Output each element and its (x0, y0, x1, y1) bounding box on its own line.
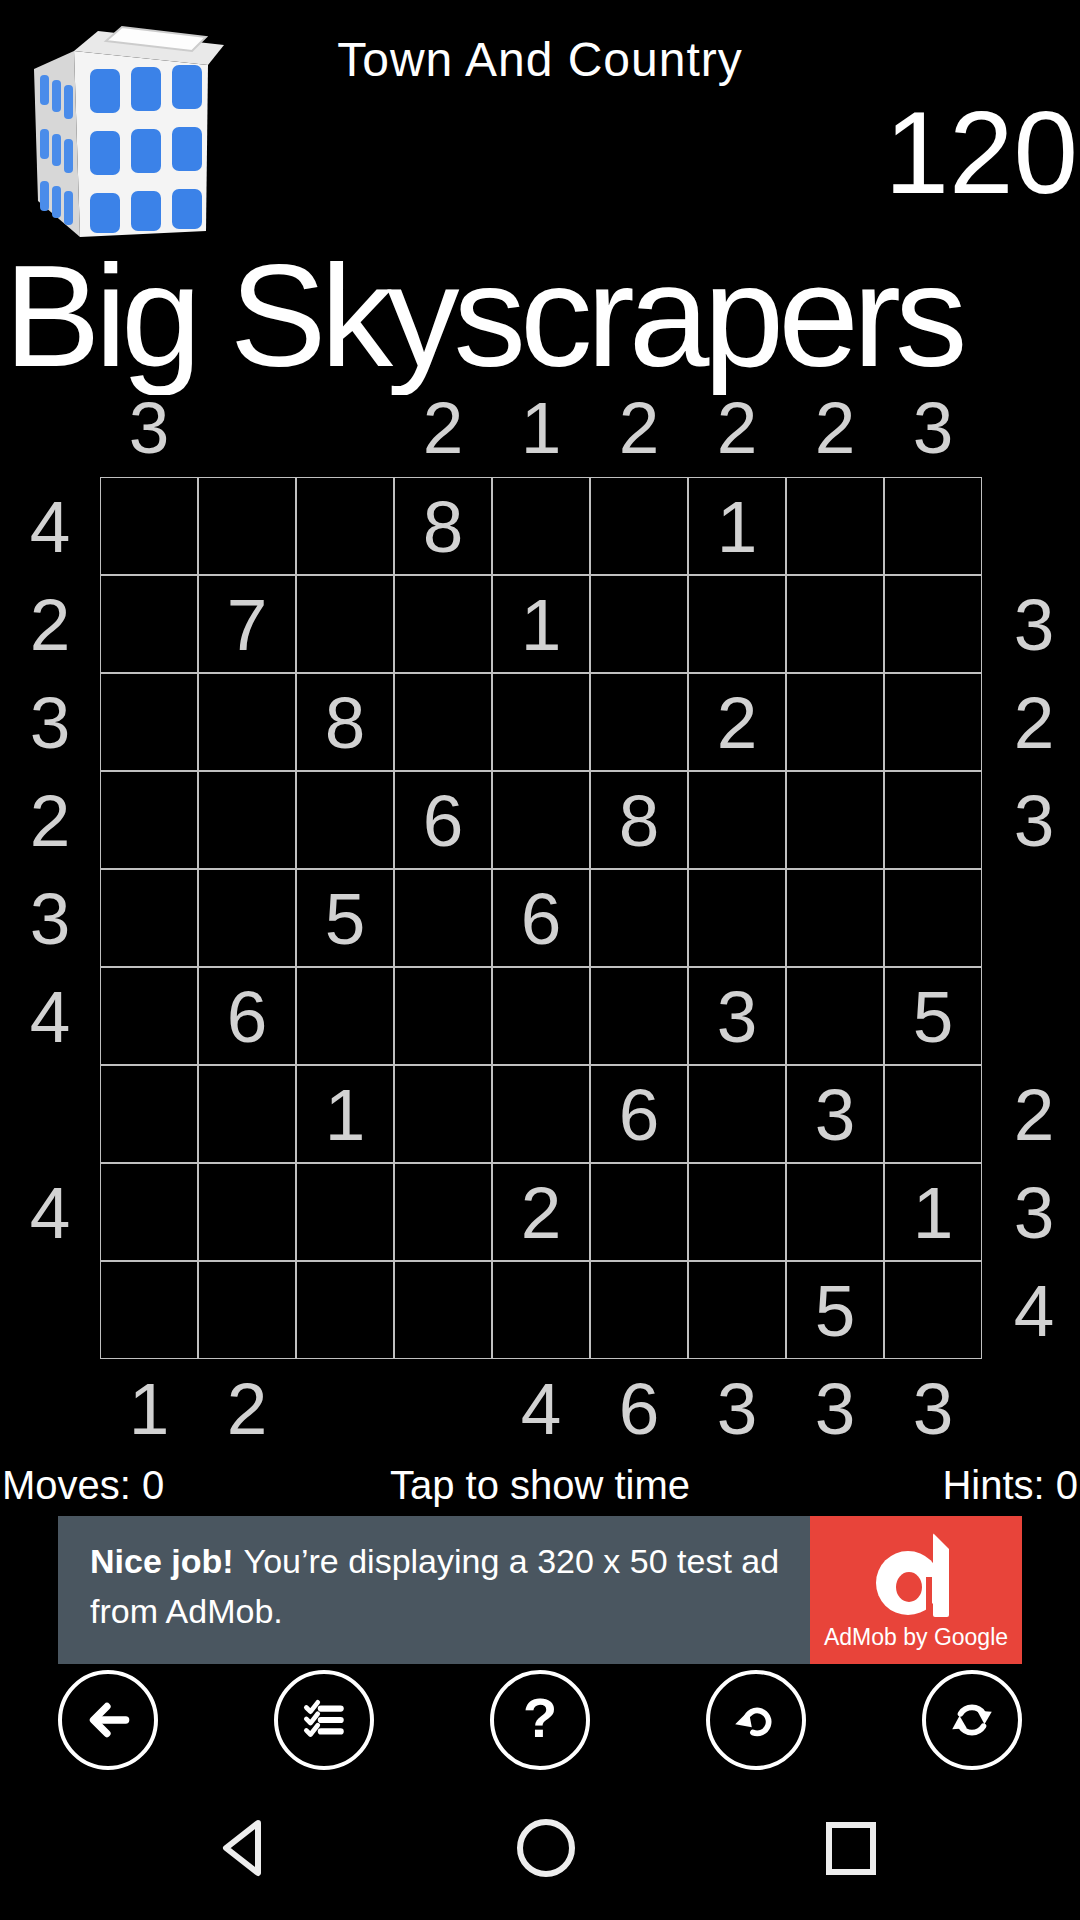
grid-cell-r5c9[interactable] (884, 869, 982, 967)
grid-cell-r9c3[interactable] (296, 1261, 394, 1359)
clues-top-8: 2 (786, 377, 884, 477)
grid-cell-r1c4[interactable]: 8 (394, 477, 492, 575)
clues-right-9: 4 (988, 1261, 1080, 1359)
grid-cell-r1c3[interactable] (296, 477, 394, 575)
grid-cell-r5c3[interactable]: 5 (296, 869, 394, 967)
refresh-icon (946, 1694, 998, 1746)
clues-top-3 (296, 377, 394, 477)
grid-cell-r2c4[interactable] (394, 575, 492, 673)
nav-recents-square-icon (823, 1821, 879, 1877)
ad-headline: Nice job! (90, 1542, 234, 1580)
level-number: 120 (884, 95, 1078, 211)
grid-cell-r5c5[interactable]: 6 (492, 869, 590, 967)
clues-left-column: 4232344 (0, 477, 100, 1359)
clues-bottom-row: 1246333 (100, 1362, 982, 1454)
grid-cell-r1c7[interactable]: 1 (688, 477, 786, 575)
grid-cell-r3c2[interactable] (198, 673, 296, 771)
grid-cell-r8c1[interactable] (100, 1163, 198, 1261)
grid-cell-r6c4[interactable] (394, 967, 492, 1065)
clues-top-9: 3 (884, 377, 982, 477)
grid-cell-r1c2[interactable] (198, 477, 296, 575)
grid-cell-r7c8[interactable]: 3 (786, 1065, 884, 1163)
clues-right-column: 323234 (988, 477, 1080, 1359)
clues-top-5: 1 (492, 377, 590, 477)
android-home-button[interactable] (515, 1817, 577, 1882)
grid-cell-r6c8[interactable] (786, 967, 884, 1065)
grid-cell-r3c3[interactable]: 8 (296, 673, 394, 771)
grid-cell-r3c7[interactable]: 2 (688, 673, 786, 771)
grid-cell-r4c3[interactable] (296, 771, 394, 869)
clues-bottom-3 (296, 1362, 394, 1454)
grid-cell-r7c6[interactable]: 6 (590, 1065, 688, 1163)
clues-right-1 (988, 477, 1080, 575)
grid-cell-r4c1[interactable] (100, 771, 198, 869)
clues-left-4: 2 (0, 771, 100, 869)
clues-right-8: 3 (988, 1163, 1080, 1261)
grid-cell-r9c9[interactable] (884, 1261, 982, 1359)
clues-left-9 (0, 1261, 100, 1359)
clues-right-6 (988, 967, 1080, 1065)
grid-cell-r5c4[interactable] (394, 869, 492, 967)
grid-cell-r2c5[interactable]: 1 (492, 575, 590, 673)
clues-top-row: 3212223 (100, 377, 982, 477)
grid-cell-r2c9[interactable] (884, 575, 982, 673)
grid-cell-r4c9[interactable] (884, 771, 982, 869)
clues-top-1: 3 (100, 377, 198, 477)
grid-cell-r9c1[interactable] (100, 1261, 198, 1359)
back-arrow-icon (82, 1694, 134, 1746)
grid-cell-r7c1[interactable] (100, 1065, 198, 1163)
grid-cell-r4c7[interactable] (688, 771, 786, 869)
clues-left-2: 2 (0, 575, 100, 673)
grid-cell-r4c4[interactable]: 6 (394, 771, 492, 869)
grid-cell-r7c9[interactable] (884, 1065, 982, 1163)
help-button[interactable]: ? (490, 1670, 590, 1770)
grid-cell-r9c4[interactable] (394, 1261, 492, 1359)
grid-cell-r5c2[interactable] (198, 869, 296, 967)
grid-cell-r2c1[interactable] (100, 575, 198, 673)
grid-cell-r8c6[interactable] (590, 1163, 688, 1261)
clues-right-3: 2 (988, 673, 1080, 771)
grid-cell-r8c7[interactable] (688, 1163, 786, 1261)
admob-logo-icon (876, 1529, 956, 1621)
question-mark-icon: ? (523, 1685, 557, 1750)
grid-cell-r4c6[interactable]: 8 (590, 771, 688, 869)
grid-cell-r3c6[interactable] (590, 673, 688, 771)
grid-cell-r5c7[interactable] (688, 869, 786, 967)
grid-cell-r1c5[interactable] (492, 477, 590, 575)
grid-cell-r6c9[interactable]: 5 (884, 967, 982, 1065)
undo-button[interactable] (706, 1670, 806, 1770)
nav-back-triangle-icon (214, 1817, 272, 1879)
checklist-icon (298, 1694, 350, 1746)
back-button[interactable] (58, 1670, 158, 1770)
clues-left-5: 3 (0, 869, 100, 967)
clues-bottom-2: 2 (198, 1362, 296, 1454)
grid-cell-r3c5[interactable] (492, 673, 590, 771)
clues-bottom-1: 1 (100, 1362, 198, 1454)
clues-top-4: 2 (394, 377, 492, 477)
time-toggle[interactable]: Tap to show time (0, 1463, 1080, 1508)
grid-cell-r3c8[interactable] (786, 673, 884, 771)
grid-cell-r7c3[interactable]: 1 (296, 1065, 394, 1163)
clues-right-7: 2 (988, 1065, 1080, 1163)
grid-cell-r1c1[interactable] (100, 477, 198, 575)
app-title: Town And Country (0, 32, 1080, 87)
grid-cell-r2c3[interactable] (296, 575, 394, 673)
grid-cell-r5c6[interactable] (590, 869, 688, 967)
clues-left-3: 3 (0, 673, 100, 771)
grid-cell-r8c2[interactable] (198, 1163, 296, 1261)
grid-cell-r4c2[interactable] (198, 771, 296, 869)
grid-cell-r6c1[interactable] (100, 967, 198, 1065)
grid-cell-r2c7[interactable] (688, 575, 786, 673)
clues-bottom-9: 3 (884, 1362, 982, 1454)
clues-left-7 (0, 1065, 100, 1163)
clues-right-4: 3 (988, 771, 1080, 869)
grid-cell-r7c2[interactable] (198, 1065, 296, 1163)
hints-counter: Hints: 0 (942, 1463, 1078, 1508)
grid-cell-r6c7[interactable]: 3 (688, 967, 786, 1065)
grid-cell-r9c7[interactable] (688, 1261, 786, 1359)
clues-right-2: 3 (988, 575, 1080, 673)
grid-cell-r5c8[interactable] (786, 869, 884, 967)
puzzle-grid: 8171826856635163215 (100, 477, 982, 1359)
app-screen: Town And Country 120 Big Skyscrapers 321… (0, 0, 1080, 1920)
grid-cell-r1c6[interactable] (590, 477, 688, 575)
grid-cell-r7c7[interactable] (688, 1065, 786, 1163)
grid-cell-r6c3[interactable] (296, 967, 394, 1065)
admob-brand-label: AdMob by Google (824, 1624, 1008, 1651)
grid-cell-r1c8[interactable] (786, 477, 884, 575)
clues-right-5 (988, 869, 1080, 967)
grid-cell-r9c5[interactable] (492, 1261, 590, 1359)
grid-cell-r7c5[interactable] (492, 1065, 590, 1163)
clues-top-7: 2 (688, 377, 786, 477)
android-back-button[interactable] (214, 1817, 272, 1882)
level-list-button[interactable] (274, 1670, 374, 1770)
grid-cell-r6c2[interactable]: 6 (198, 967, 296, 1065)
grid-cell-r5c1[interactable] (100, 869, 198, 967)
grid-cell-r2c6[interactable] (590, 575, 688, 673)
grid-cell-r8c9[interactable]: 1 (884, 1163, 982, 1261)
grid-cell-r9c2[interactable] (198, 1261, 296, 1359)
clues-bottom-7: 3 (688, 1362, 786, 1454)
android-recents-button[interactable] (823, 1821, 879, 1880)
grid-cell-r6c5[interactable] (492, 967, 590, 1065)
grid-cell-r7c4[interactable] (394, 1065, 492, 1163)
clues-left-6: 4 (0, 967, 100, 1065)
grid-cell-r1c9[interactable] (884, 477, 982, 575)
grid-cell-r3c1[interactable] (100, 673, 198, 771)
clues-bottom-6: 6 (590, 1362, 688, 1454)
clues-top-2 (198, 377, 296, 477)
grid-cell-r2c2[interactable]: 7 (198, 575, 296, 673)
grid-cell-r8c3[interactable] (296, 1163, 394, 1261)
clues-left-1: 4 (0, 477, 100, 575)
puzzle-title: Big Skyscrapers (4, 238, 1080, 395)
admob-panel: AdMob by Google (810, 1516, 1022, 1664)
ad-text: Nice job!You’re displaying a 320 x 50 te… (58, 1516, 790, 1664)
clues-bottom-4 (394, 1362, 492, 1454)
status-bar: Moves: 0 Tap to show time Hints: 0 (0, 1463, 1080, 1511)
clues-bottom-5: 4 (492, 1362, 590, 1454)
ad-banner[interactable]: Nice job!You’re displaying a 320 x 50 te… (58, 1516, 1022, 1664)
nav-home-circle-icon (515, 1817, 577, 1879)
clues-top-6: 2 (590, 377, 688, 477)
grid-cell-r2c8[interactable] (786, 575, 884, 673)
restart-button[interactable] (922, 1670, 1022, 1770)
grid-cell-r4c5[interactable] (492, 771, 590, 869)
grid-cell-r3c9[interactable] (884, 673, 982, 771)
grid-cell-r9c8[interactable]: 5 (786, 1261, 884, 1359)
grid-cell-r8c4[interactable] (394, 1163, 492, 1261)
grid-cell-r3c4[interactable] (394, 673, 492, 771)
undo-icon (730, 1694, 782, 1746)
grid-cell-r8c8[interactable] (786, 1163, 884, 1261)
grid-cell-r9c6[interactable] (590, 1261, 688, 1359)
grid-cell-r4c8[interactable] (786, 771, 884, 869)
clues-left-8: 4 (0, 1163, 100, 1261)
grid-cell-r6c6[interactable] (590, 967, 688, 1065)
grid-cell-r8c5[interactable]: 2 (492, 1163, 590, 1261)
clues-bottom-8: 3 (786, 1362, 884, 1454)
